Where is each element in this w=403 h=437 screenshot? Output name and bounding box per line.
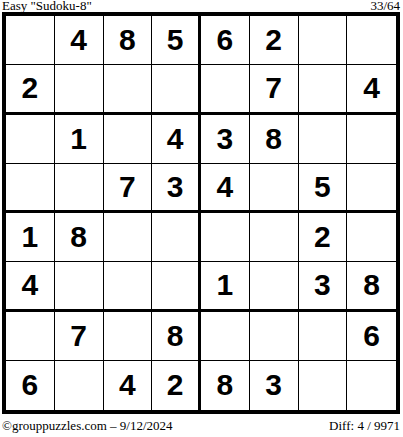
- cell-r6c4[interactable]: [152, 262, 201, 311]
- cell-r8c6: 3: [250, 361, 299, 410]
- cell-r4c4: 3: [152, 164, 201, 213]
- puzzle-title: Easy "Sudoku-8": [2, 0, 92, 12]
- cell-r4c8[interactable]: [347, 164, 396, 213]
- cell-r6c5: 1: [201, 262, 250, 311]
- copyright-date: ©grouppuzzles.com – 9/12/2024: [2, 419, 173, 433]
- cell-r8c4: 2: [152, 361, 201, 410]
- cell-r3c7[interactable]: [299, 115, 348, 164]
- cell-r2c8: 4: [347, 65, 396, 114]
- cell-r5c6[interactable]: [250, 213, 299, 262]
- cell-r6c7: 3: [299, 262, 348, 311]
- cell-r2c6: 7: [250, 65, 299, 114]
- sudoku-board: 4856227414387345182413878664283: [2, 12, 400, 414]
- cell-r1c1[interactable]: [6, 16, 55, 65]
- cell-r6c2[interactable]: [55, 262, 104, 311]
- cell-r2c1: 2: [6, 65, 55, 114]
- cell-r4c2[interactable]: [55, 164, 104, 213]
- cell-r8c2[interactable]: [55, 361, 104, 410]
- puzzle-page: Easy "Sudoku-8" 33/64 485622741438734518…: [0, 0, 403, 437]
- cell-r2c5[interactable]: [201, 65, 250, 114]
- cell-r7c7[interactable]: [299, 312, 348, 361]
- cell-r6c3[interactable]: [104, 262, 153, 311]
- cell-r5c4[interactable]: [152, 213, 201, 262]
- cell-r2c3[interactable]: [104, 65, 153, 114]
- cell-r7c6[interactable]: [250, 312, 299, 361]
- cell-r3c4: 4: [152, 115, 201, 164]
- difficulty-label: Diff: 4 / 9971: [329, 419, 400, 433]
- cell-r2c4[interactable]: [152, 65, 201, 114]
- cell-r2c7[interactable]: [299, 65, 348, 114]
- cell-r4c5: 4: [201, 164, 250, 213]
- cell-r8c8[interactable]: [347, 361, 396, 410]
- cell-r4c1[interactable]: [6, 164, 55, 213]
- cell-r5c1: 1: [6, 213, 55, 262]
- cell-r8c1: 6: [6, 361, 55, 410]
- puzzle-counter: 33/64: [370, 0, 400, 12]
- cell-r6c1: 4: [6, 262, 55, 311]
- cell-r3c2: 1: [55, 115, 104, 164]
- cell-r3c6: 8: [250, 115, 299, 164]
- cell-r5c3[interactable]: [104, 213, 153, 262]
- header: Easy "Sudoku-8" 33/64: [2, 0, 400, 12]
- cell-r6c8: 8: [347, 262, 396, 311]
- cell-r5c7: 2: [299, 213, 348, 262]
- cell-r6c6[interactable]: [250, 262, 299, 311]
- cell-r7c8: 6: [347, 312, 396, 361]
- cell-r5c8[interactable]: [347, 213, 396, 262]
- cell-r5c2: 8: [55, 213, 104, 262]
- cell-r5c5[interactable]: [201, 213, 250, 262]
- cell-r2c2[interactable]: [55, 65, 104, 114]
- cell-r1c3: 8: [104, 16, 153, 65]
- cell-r8c7[interactable]: [299, 361, 348, 410]
- cell-r4c3: 7: [104, 164, 153, 213]
- cell-r7c1[interactable]: [6, 312, 55, 361]
- cell-r7c5[interactable]: [201, 312, 250, 361]
- cell-r1c5: 6: [201, 16, 250, 65]
- cell-r3c8[interactable]: [347, 115, 396, 164]
- cell-r7c2: 7: [55, 312, 104, 361]
- cell-r1c8[interactable]: [347, 16, 396, 65]
- cell-r1c2: 4: [55, 16, 104, 65]
- cell-r3c1[interactable]: [6, 115, 55, 164]
- cell-r7c3[interactable]: [104, 312, 153, 361]
- footer: ©grouppuzzles.com – 9/12/2024 Diff: 4 / …: [2, 419, 400, 433]
- cell-r4c6[interactable]: [250, 164, 299, 213]
- cell-r1c6: 2: [250, 16, 299, 65]
- cell-r3c3[interactable]: [104, 115, 153, 164]
- cell-r1c7[interactable]: [299, 16, 348, 65]
- cell-r8c5: 8: [201, 361, 250, 410]
- cell-r3c5: 3: [201, 115, 250, 164]
- cell-r4c7: 5: [299, 164, 348, 213]
- cell-r8c3: 4: [104, 361, 153, 410]
- cell-r7c4: 8: [152, 312, 201, 361]
- cell-r1c4: 5: [152, 16, 201, 65]
